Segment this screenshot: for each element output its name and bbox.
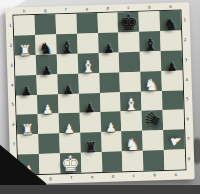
piece-black-knight-g2[interactable]: ♞ — [38, 40, 53, 56]
square-b6: ♛ — [142, 110, 163, 131]
photo-background: ♚♞♜♞♝♟♝♟♝♟♟♟♞♟♟♝♜♟♟♛♜♞♟♟♚ 11223344556677… — [0, 0, 200, 194]
square-d6: ♟ — [100, 112, 121, 133]
piece-white-king-f8[interactable]: ♚ — [61, 154, 80, 176]
square-f1 — [55, 14, 76, 35]
square-h2: ♜ — [14, 35, 35, 56]
square-a8 — [164, 149, 185, 170]
file-label-g-top: g — [43, 9, 48, 14]
piece-white-pawn-g5[interactable]: ♟ — [42, 104, 53, 116]
rank-label-1-right: 1 — [182, 18, 188, 22]
square-h6: ♜ — [17, 114, 38, 135]
file-label-a-top: a — [168, 5, 173, 10]
piece-black-king-c1[interactable]: ♚ — [119, 13, 138, 35]
rank-label-8-right: 8 — [186, 157, 192, 161]
square-e1 — [76, 13, 97, 34]
rank-label-7-right: 7 — [185, 137, 191, 141]
square-a1: ♞ — [160, 10, 181, 31]
piece-white-pawn-f6[interactable]: ♟ — [64, 123, 75, 135]
square-f6: ♟ — [58, 113, 79, 134]
square-e7: ♜ — [80, 132, 101, 153]
square-g1 — [34, 14, 55, 35]
square-c5: ♝ — [120, 91, 141, 112]
file-label-f-bottom: f — [69, 176, 74, 181]
square-d2: ♟ — [98, 32, 119, 53]
piece-white-knight-c7[interactable]: ♞ — [125, 137, 140, 153]
file-label-e-bottom: e — [90, 175, 95, 180]
rank-label-6-right: 6 — [185, 117, 191, 121]
board-grid: ♚♞♜♞♝♟♝♟♝♟♟♟♞♟♟♝♜♟♟♛♜♞♟♟♚ — [14, 10, 186, 174]
rank-label-5-left: 5 — [10, 103, 15, 107]
square-d1 — [97, 12, 118, 33]
square-h1 — [14, 15, 35, 36]
table-edge-strip — [0, 185, 200, 194]
square-c3 — [119, 51, 140, 72]
piece-white-rook-h2[interactable]: ♜ — [19, 43, 32, 57]
square-b7 — [142, 130, 163, 151]
chess-board: ♚♞♜♞♝♟♝♟♝♟♟♟♞♟♟♝♜♟♟♛♜♞♟♟♚ 11223344556677… — [5, 2, 194, 185]
square-d5 — [99, 92, 120, 113]
rank-label-5-right: 5 — [184, 98, 190, 102]
square-h4: ♟ — [15, 75, 36, 96]
square-f8: ♚ — [60, 153, 81, 174]
square-f4: ♟ — [57, 73, 78, 94]
piece-black-bishop-f2[interactable]: ♝ — [59, 40, 74, 56]
file-label-f-top: f — [63, 8, 68, 13]
file-label-g-bottom: g — [48, 177, 53, 182]
square-f2: ♝ — [56, 34, 77, 55]
piece-black-pawn-d2[interactable]: ♟ — [103, 42, 114, 54]
square-g8 — [39, 153, 60, 174]
piece-black-pawn-g3[interactable]: ♟ — [41, 64, 52, 76]
rank-label-3-right: 3 — [183, 58, 189, 62]
rank-label-4-left: 4 — [10, 83, 15, 87]
file-label-c-bottom: c — [131, 174, 136, 179]
square-g7 — [38, 134, 59, 155]
rank-label-1-left: 1 — [8, 24, 13, 28]
piece-white-pawn-a7[interactable]: ♟ — [168, 133, 183, 148]
square-b8 — [143, 150, 164, 171]
square-a5 — [162, 90, 183, 111]
rank-label-4-right: 4 — [184, 78, 190, 82]
rank-label-6-left: 6 — [11, 123, 16, 127]
piece-white-pawn-d6[interactable]: ♟ — [105, 122, 116, 134]
square-a6 — [163, 110, 184, 131]
piece-black-pawn-a3[interactable]: ♟ — [166, 60, 177, 72]
rank-label-2-right: 2 — [182, 38, 188, 42]
square-a3: ♟ — [161, 50, 182, 71]
square-g5: ♟ — [37, 94, 58, 115]
square-c7: ♞ — [122, 131, 143, 152]
rank-label-3-left: 3 — [9, 63, 14, 67]
file-label-b-bottom: b — [152, 173, 157, 178]
square-b4: ♞ — [141, 71, 162, 92]
piece-white-knight-b4[interactable]: ♞ — [144, 77, 159, 93]
piece-black-rook-e7[interactable]: ♜ — [84, 140, 97, 154]
square-e2 — [77, 33, 98, 54]
piece-black-knight-a1[interactable]: ♞ — [163, 16, 178, 32]
square-c4 — [120, 71, 141, 92]
square-c1: ♚ — [118, 12, 139, 33]
piece-black-pawn-e5[interactable]: ♟ — [84, 103, 95, 115]
piece-white-bishop-e3[interactable]: ♝ — [81, 59, 96, 75]
square-a7: ♟ — [163, 130, 184, 151]
piece-black-pawn-h4[interactable]: ♟ — [21, 85, 32, 97]
square-e5: ♟ — [79, 93, 100, 114]
file-label-a-bottom: a — [173, 173, 178, 178]
square-d4 — [99, 72, 120, 93]
square-b2: ♝ — [139, 31, 160, 52]
piece-black-bishop-b2[interactable]: ♝ — [143, 37, 158, 53]
file-label-b-top: b — [147, 5, 152, 10]
piece-white-bishop-c5[interactable]: ♝ — [124, 97, 139, 113]
file-label-e-top: e — [84, 7, 89, 12]
square-e3: ♝ — [77, 53, 98, 74]
piece-black-pawn-f4[interactable]: ♟ — [62, 83, 73, 95]
file-label-d-bottom: d — [110, 175, 115, 180]
file-label-h-top: h — [22, 9, 27, 14]
square-g2: ♞ — [35, 34, 56, 55]
square-b1 — [139, 11, 160, 32]
piece-white-rook-h6[interactable]: ♜ — [21, 122, 34, 136]
file-label-d-top: d — [105, 7, 110, 12]
square-d8 — [101, 151, 122, 172]
rank-label-7-left: 7 — [12, 143, 17, 147]
piece-black-queen-b6[interactable]: ♛ — [141, 108, 164, 130]
rank-label-2-left: 2 — [8, 44, 13, 48]
